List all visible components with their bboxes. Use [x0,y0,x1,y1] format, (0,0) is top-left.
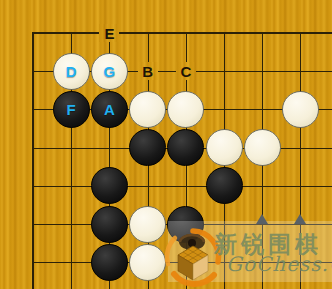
stone-black [91,167,128,204]
stone-label: G [104,64,116,79]
point-label[interactable]: E [99,24,119,42]
stone-white [129,91,166,128]
go-board[interactable]: 新锐围棋 GoChess.Cn DGFAEBC [0,0,332,289]
stone-white [129,206,166,243]
grid-line-h [32,32,332,34]
stone-label: A [104,102,115,117]
stone-black [91,206,128,243]
stone-white [282,91,319,128]
point-label[interactable]: C [176,62,196,80]
stone-white [206,129,243,166]
stone-black: A [91,91,128,128]
stone-label: D [66,64,77,79]
point-label[interactable]: B [138,62,158,80]
stone-label: F [67,102,76,117]
stone-black [91,244,128,281]
triangle-marker [294,214,306,224]
grid-line-h [32,186,332,187]
stone-white [167,91,204,128]
triangle-marker [256,214,268,224]
stone-black [167,129,204,166]
stone-black: F [53,91,90,128]
stone-black [206,167,243,204]
stone-white: G [91,53,128,90]
watermark-site-text: GoChess.Cn [226,252,332,276]
stone-white [244,129,281,166]
stone-white: D [53,53,90,90]
stone-white [129,244,166,281]
stone-black [129,129,166,166]
